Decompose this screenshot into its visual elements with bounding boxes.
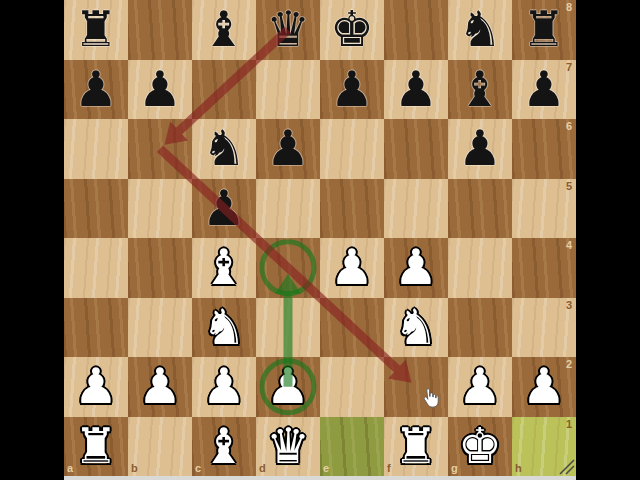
- square-a8[interactable]: ♜: [64, 0, 128, 60]
- rank-label-5: 5: [566, 181, 572, 192]
- square-g5[interactable]: [448, 179, 512, 239]
- right-black-bar: [576, 0, 640, 480]
- square-a7[interactable]: ♟: [64, 60, 128, 120]
- square-c4[interactable]: ♝: [192, 238, 256, 298]
- square-b7[interactable]: ♟: [128, 60, 192, 120]
- square-d5[interactable]: [256, 179, 320, 239]
- square-b2[interactable]: ♟: [128, 357, 192, 417]
- square-g3[interactable]: [448, 298, 512, 358]
- white-pawn[interactable]: ♟: [384, 238, 448, 298]
- square-g4[interactable]: [448, 238, 512, 298]
- square-d6[interactable]: ♟: [256, 119, 320, 179]
- white-rook[interactable]: ♜: [64, 417, 128, 477]
- white-pawn[interactable]: ♟: [256, 357, 320, 417]
- square-b5[interactable]: [128, 179, 192, 239]
- square-b1[interactable]: b: [128, 417, 192, 477]
- file-label-c: c: [195, 463, 201, 474]
- black-bishop[interactable]: ♝: [192, 0, 256, 60]
- square-a5[interactable]: [64, 179, 128, 239]
- white-pawn[interactable]: ♟: [448, 357, 512, 417]
- square-a1[interactable]: ♜a: [64, 417, 128, 477]
- black-queen[interactable]: ♛: [256, 0, 320, 60]
- black-knight[interactable]: ♞: [192, 119, 256, 179]
- black-pawn[interactable]: ♟: [64, 60, 128, 120]
- square-f3[interactable]: ♞: [384, 298, 448, 358]
- square-c5[interactable]: ♟: [192, 179, 256, 239]
- rank-label-6: 6: [566, 121, 572, 132]
- square-a2[interactable]: ♟: [64, 357, 128, 417]
- square-h5[interactable]: 5: [512, 179, 576, 239]
- square-f6[interactable]: [384, 119, 448, 179]
- square-d8[interactable]: ♛: [256, 0, 320, 60]
- black-pawn[interactable]: ♟: [192, 179, 256, 239]
- rank-label-1: 1: [566, 419, 572, 430]
- square-h1[interactable]: 1h: [512, 417, 576, 477]
- white-pawn[interactable]: ♟: [64, 357, 128, 417]
- square-b3[interactable]: [128, 298, 192, 358]
- square-e8[interactable]: ♚: [320, 0, 384, 60]
- square-f1[interactable]: ♜f: [384, 417, 448, 477]
- square-g7[interactable]: ♝: [448, 60, 512, 120]
- square-g8[interactable]: ♞: [448, 0, 512, 60]
- white-pawn[interactable]: ♟: [128, 357, 192, 417]
- square-a4[interactable]: [64, 238, 128, 298]
- square-a3[interactable]: [64, 298, 128, 358]
- file-label-b: b: [131, 463, 138, 474]
- rank-label-3: 3: [566, 300, 572, 311]
- square-h7[interactable]: ♟7: [512, 60, 576, 120]
- square-d3[interactable]: [256, 298, 320, 358]
- file-label-e: e: [323, 463, 329, 474]
- square-b8[interactable]: [128, 0, 192, 60]
- square-g2[interactable]: ♟: [448, 357, 512, 417]
- white-rook[interactable]: ♜: [384, 417, 448, 477]
- file-label-f: f: [387, 463, 391, 474]
- black-pawn[interactable]: ♟: [320, 60, 384, 120]
- square-g6[interactable]: ♟: [448, 119, 512, 179]
- square-h6[interactable]: 6: [512, 119, 576, 179]
- square-e7[interactable]: ♟: [320, 60, 384, 120]
- square-d1[interactable]: ♛d: [256, 417, 320, 477]
- black-king[interactable]: ♚: [320, 0, 384, 60]
- square-e6[interactable]: [320, 119, 384, 179]
- rank-label-7: 7: [566, 62, 572, 73]
- file-label-g: g: [451, 463, 458, 474]
- file-label-a: a: [67, 463, 73, 474]
- left-black-bar: [0, 0, 64, 480]
- black-pawn[interactable]: ♟: [448, 119, 512, 179]
- black-pawn[interactable]: ♟: [256, 119, 320, 179]
- square-c7[interactable]: [192, 60, 256, 120]
- square-e1[interactable]: e: [320, 417, 384, 477]
- square-d4[interactable]: [256, 238, 320, 298]
- square-g1[interactable]: ♚g: [448, 417, 512, 477]
- square-f5[interactable]: [384, 179, 448, 239]
- square-h4[interactable]: 4: [512, 238, 576, 298]
- white-bishop[interactable]: ♝: [192, 238, 256, 298]
- white-knight[interactable]: ♞: [192, 298, 256, 358]
- square-h3[interactable]: 3: [512, 298, 576, 358]
- black-pawn[interactable]: ♟: [384, 60, 448, 120]
- white-pawn[interactable]: ♟: [192, 357, 256, 417]
- file-label-h: h: [515, 463, 522, 474]
- square-h8[interactable]: ♜8: [512, 0, 576, 60]
- square-f8[interactable]: [384, 0, 448, 60]
- square-f2[interactable]: [384, 357, 448, 417]
- rank-label-4: 4: [566, 240, 572, 251]
- rank-label-2: 2: [566, 359, 572, 370]
- black-rook[interactable]: ♜: [64, 0, 128, 60]
- board-bottom-edge: [64, 476, 576, 480]
- square-c3[interactable]: ♞: [192, 298, 256, 358]
- square-e4[interactable]: ♟: [320, 238, 384, 298]
- square-d2[interactable]: ♟: [256, 357, 320, 417]
- square-a6[interactable]: [64, 119, 128, 179]
- square-c1[interactable]: ♝c: [192, 417, 256, 477]
- white-knight[interactable]: ♞: [384, 298, 448, 358]
- file-label-d: d: [259, 463, 266, 474]
- square-c6[interactable]: ♞: [192, 119, 256, 179]
- square-c8[interactable]: ♝: [192, 0, 256, 60]
- square-f7[interactable]: ♟: [384, 60, 448, 120]
- chess-board[interactable]: ♜♝♛♚♞♜8♟♟♟♟♝♟7♞♟♟6♟5♝♟♟4♞♞3♟♟♟♟♟♟2♜ab♝c♛…: [64, 0, 576, 476]
- black-pawn[interactable]: ♟: [128, 60, 192, 120]
- square-h2[interactable]: ♟2: [512, 357, 576, 417]
- white-bishop[interactable]: ♝: [192, 417, 256, 477]
- square-f4[interactable]: ♟: [384, 238, 448, 298]
- square-e2[interactable]: [320, 357, 384, 417]
- black-bishop[interactable]: ♝: [448, 60, 512, 120]
- chessboard-screenshot: ♜♝♛♚♞♜8♟♟♟♟♝♟7♞♟♟6♟5♝♟♟4♞♞3♟♟♟♟♟♟2♜ab♝c♛…: [0, 0, 640, 480]
- square-d7[interactable]: [256, 60, 320, 120]
- square-b4[interactable]: [128, 238, 192, 298]
- black-knight[interactable]: ♞: [448, 0, 512, 60]
- square-e5[interactable]: [320, 179, 384, 239]
- square-b6[interactable]: [128, 119, 192, 179]
- square-c2[interactable]: ♟: [192, 357, 256, 417]
- rank-label-8: 8: [566, 2, 572, 13]
- square-e3[interactable]: [320, 298, 384, 358]
- white-pawn[interactable]: ♟: [320, 238, 384, 298]
